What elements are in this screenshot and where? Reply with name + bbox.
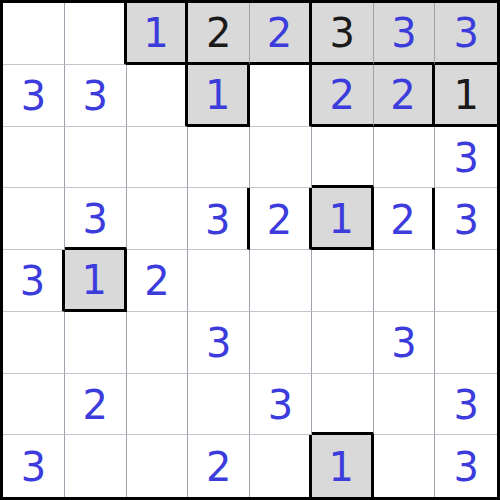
cell-value: 3 [453, 200, 478, 240]
cell-r7c6[interactable] [312, 374, 374, 436]
cell-r8c3[interactable] [127, 435, 189, 497]
cell-r8c7[interactable] [374, 435, 436, 497]
cell-value: 3 [21, 76, 46, 116]
cell-r5c3[interactable]: 2 [127, 250, 189, 312]
cell-r4c4[interactable]: 3 [188, 188, 250, 250]
cell-r1c8[interactable]: 3 [435, 3, 497, 65]
cell-r3c1[interactable] [3, 127, 65, 189]
cell-r6c1[interactable] [3, 312, 65, 374]
cell-value: 3 [453, 13, 478, 53]
cell-r4c6[interactable]: 1 [312, 188, 374, 250]
cell-r1c2[interactable] [65, 3, 127, 65]
cell-value: 3 [453, 447, 478, 487]
cell-r8c6[interactable]: 1 [312, 435, 374, 497]
cell-r5c1[interactable]: 3 [3, 250, 65, 312]
cell-r1c7[interactable]: 3 [374, 3, 436, 65]
cell-r7c2[interactable]: 2 [65, 374, 127, 436]
cell-value: 3 [205, 200, 230, 240]
cell-r1c4[interactable]: 2 [188, 3, 250, 65]
cell-r6c6[interactable] [312, 312, 374, 374]
cell-r2c3[interactable] [127, 65, 189, 127]
cell-r5c7[interactable] [374, 250, 436, 312]
cell-value: 1 [205, 75, 230, 115]
cell-r6c7[interactable]: 3 [374, 312, 436, 374]
cell-r6c8[interactable] [435, 312, 497, 374]
cell-value: 2 [267, 13, 292, 53]
cell-r3c4[interactable] [188, 127, 250, 189]
cell-value: 1 [81, 260, 106, 300]
cell-value: 3 [453, 138, 478, 178]
cell-value: 2 [82, 385, 107, 425]
cell-r7c5[interactable]: 3 [250, 374, 312, 436]
cell-value: 3 [82, 199, 107, 239]
cell-r5c8[interactable] [435, 250, 497, 312]
cell-value: 3 [391, 323, 416, 363]
cell-value: 3 [329, 13, 354, 53]
cell-r2c1[interactable]: 3 [3, 65, 65, 127]
cell-r2c7[interactable]: 2 [374, 65, 436, 127]
cell-value: 3 [453, 385, 478, 425]
cell-r7c8[interactable]: 3 [435, 374, 497, 436]
cell-value: 3 [21, 447, 46, 487]
cell-value: 2 [206, 447, 231, 487]
cell-r3c2[interactable] [65, 127, 127, 189]
cell-r5c6[interactable] [312, 250, 374, 312]
cell-value: 2 [267, 200, 292, 240]
cell-r6c2[interactable] [65, 312, 127, 374]
cell-r2c6[interactable]: 2 [312, 65, 374, 127]
cell-r4c7[interactable]: 2 [374, 188, 436, 250]
cell-r4c8[interactable]: 3 [435, 188, 497, 250]
cell-r3c3[interactable] [127, 127, 189, 189]
cell-value: 2 [390, 200, 415, 240]
fillomino-board: 1223333312213332123312332333213 [0, 0, 500, 500]
cell-r2c5[interactable] [250, 65, 312, 127]
cell-r1c1[interactable] [3, 3, 65, 65]
cell-r8c1[interactable]: 3 [3, 435, 65, 497]
cell-value: 1 [143, 13, 168, 53]
cell-value: 3 [268, 385, 293, 425]
cell-r3c7[interactable] [374, 127, 436, 189]
cell-value: 2 [390, 75, 415, 115]
cell-value: 3 [20, 261, 45, 301]
cell-r7c4[interactable] [188, 374, 250, 436]
cell-r2c8[interactable]: 1 [435, 65, 497, 127]
cell-value: 3 [82, 76, 107, 116]
cell-r4c3[interactable] [127, 188, 189, 250]
cell-r8c4[interactable]: 2 [188, 435, 250, 497]
cell-value: 2 [206, 13, 231, 53]
cell-value: 3 [391, 13, 416, 53]
cell-r3c5[interactable] [250, 127, 312, 189]
cell-r1c5[interactable]: 2 [250, 3, 312, 65]
cell-r8c5[interactable] [250, 435, 312, 497]
cell-r5c2[interactable]: 1 [65, 250, 127, 312]
cell-r8c8[interactable]: 3 [435, 435, 497, 497]
cell-r2c4[interactable]: 1 [188, 65, 250, 127]
cell-r3c8[interactable]: 3 [435, 127, 497, 189]
cell-value: 2 [329, 75, 354, 115]
cell-r4c5[interactable]: 2 [250, 188, 312, 250]
cell-value: 3 [206, 323, 231, 363]
cell-r5c5[interactable] [250, 250, 312, 312]
cell-r7c7[interactable] [374, 374, 436, 436]
cell-value: 2 [144, 261, 169, 301]
cell-r4c1[interactable] [3, 188, 65, 250]
cell-r4c2[interactable]: 3 [65, 188, 127, 250]
cell-value: 1 [328, 447, 353, 487]
cell-r6c5[interactable] [250, 312, 312, 374]
cell-r7c1[interactable] [3, 374, 65, 436]
cell-r5c4[interactable] [188, 250, 250, 312]
cell-r8c2[interactable] [65, 435, 127, 497]
cell-value: 1 [328, 199, 353, 239]
cell-r1c3[interactable]: 1 [127, 3, 189, 65]
cell-r3c6[interactable] [312, 127, 374, 189]
cell-value: 1 [453, 75, 478, 115]
cell-r6c4[interactable]: 3 [188, 312, 250, 374]
cell-r2c2[interactable]: 3 [65, 65, 127, 127]
cell-r6c3[interactable] [127, 312, 189, 374]
cell-r1c6[interactable]: 3 [312, 3, 374, 65]
cell-r7c3[interactable] [127, 374, 189, 436]
